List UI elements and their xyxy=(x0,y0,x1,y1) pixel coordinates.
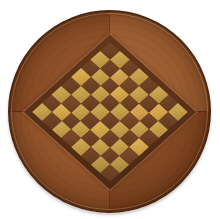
round-game-table xyxy=(8,10,211,213)
photo-canvas xyxy=(0,0,220,219)
veneer-seam-bottom xyxy=(109,188,110,208)
veneer-seam-top xyxy=(109,15,110,35)
